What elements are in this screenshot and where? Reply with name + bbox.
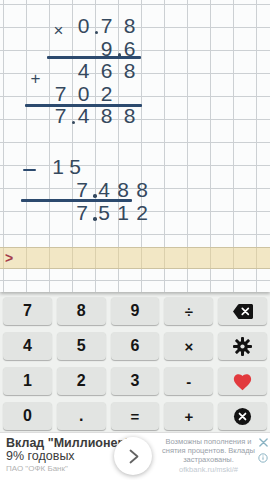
- ad-link[interactable]: ofkbank.ru/mski/#: [160, 465, 257, 474]
- ad-info-button[interactable]: [258, 453, 268, 463]
- worksheet-digit: 8: [95, 105, 118, 127]
- key-3[interactable]: 3: [111, 367, 160, 395]
- key-backspace[interactable]: [218, 297, 267, 325]
- key-close[interactable]: [218, 402, 267, 430]
- worksheet-digit: 4: [72, 60, 95, 82]
- partial-products-underline: [25, 104, 142, 107]
- key-8[interactable]: 8: [57, 297, 106, 325]
- ad-cta-button[interactable]: [114, 437, 152, 475]
- key-equals[interactable]: =: [111, 402, 160, 430]
- multiplier-underline: [47, 56, 141, 59]
- worksheet-digit: 8: [131, 179, 154, 201]
- ad-disclaimer-line: Возможны пополнения и: [165, 437, 251, 446]
- worksheet-digit: 8: [118, 15, 141, 37]
- key-plus[interactable]: +: [164, 402, 213, 430]
- key-0[interactable]: 0: [3, 402, 52, 430]
- key-multiply[interactable]: ×: [164, 332, 213, 360]
- backspace-icon: [232, 303, 254, 320]
- key-4[interactable]: 4: [3, 332, 52, 360]
- plus-sign: +: [24, 68, 47, 90]
- worksheet-digit: 8: [118, 105, 141, 127]
- keypad: 789÷456×123-0.=+: [0, 292, 270, 432]
- ad-disclaimer-line: застрахованы.: [183, 455, 234, 464]
- worksheet-digit: 7: [71, 179, 94, 201]
- difference-underline: [21, 199, 132, 202]
- worksheet-digit: 5: [64, 156, 87, 178]
- worksheet-digit: 6: [95, 60, 118, 82]
- worksheet-digit: 2: [95, 83, 118, 105]
- ad-issuer: ПАО "ОФК Банк": [6, 464, 131, 474]
- key-9[interactable]: 9: [111, 297, 160, 325]
- key-settings[interactable]: [218, 332, 267, 360]
- ad-text-block: Вклад "Миллионер" 9% годовых ПАО "ОФК Ба…: [6, 436, 131, 474]
- key-7[interactable]: 7: [3, 297, 52, 325]
- key-divide[interactable]: ÷: [164, 297, 213, 325]
- worksheet-digit: 2: [131, 202, 154, 224]
- ad-disclaimer-line: снятия процентов. Вклады: [162, 446, 255, 455]
- worksheet-digit: 7: [71, 202, 94, 224]
- close-icon: [233, 407, 252, 426]
- key-decimal[interactable]: .: [57, 402, 106, 430]
- worksheet-digit: 7: [49, 105, 72, 127]
- worksheet-digit: 7: [49, 83, 72, 105]
- key-6[interactable]: 6: [111, 332, 160, 360]
- chevron-right-icon: [126, 447, 141, 466]
- ad-close-button[interactable]: [259, 438, 268, 447]
- ad-banner[interactable]: Вклад "Миллионер" 9% годовых ПАО "ОФК Ба…: [0, 432, 270, 480]
- ad-disclaimer: Возможны пополнения и снятия процентов. …: [160, 437, 257, 475]
- worksheet-digit: 0: [72, 83, 95, 105]
- key-1[interactable]: 1: [3, 367, 52, 395]
- key-5[interactable]: 5: [57, 332, 106, 360]
- worksheet-digit: 7: [95, 15, 118, 37]
- key-minus[interactable]: -: [164, 367, 213, 395]
- worksheet-digit: 0: [72, 15, 95, 37]
- minus-sign: [23, 169, 36, 171]
- ad-title: Вклад "Миллионер": [6, 436, 131, 450]
- ad-subtitle: 9% годовых: [6, 450, 131, 463]
- worksheet-digit: 4: [72, 105, 95, 127]
- key-favorite[interactable]: [218, 367, 267, 395]
- multiply-sign: ×: [47, 20, 70, 42]
- worksheet-digit: 8: [118, 60, 141, 82]
- gear-icon: [233, 337, 252, 356]
- key-2[interactable]: 2: [57, 367, 106, 395]
- heart-icon: [232, 372, 253, 391]
- prompt-caret: >: [5, 250, 13, 267]
- input-prompt-row[interactable]: >: [0, 247, 270, 269]
